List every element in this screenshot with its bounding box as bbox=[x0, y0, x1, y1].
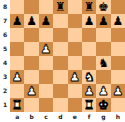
rank-label-2: 2 bbox=[0, 84, 10, 98]
square-h4[interactable] bbox=[111, 56, 125, 70]
square-g1[interactable]: ♚ bbox=[96, 98, 110, 112]
square-h5[interactable] bbox=[111, 42, 125, 56]
square-f7[interactable]: ♟ bbox=[82, 14, 96, 28]
corner-spacer bbox=[0, 112, 10, 122]
square-h6[interactable] bbox=[111, 28, 125, 42]
square-g4[interactable]: ♞ bbox=[96, 56, 110, 70]
file-label-a: a bbox=[10, 112, 24, 122]
square-e8[interactable] bbox=[68, 0, 82, 14]
square-f8[interactable]: ♜ bbox=[82, 0, 96, 14]
square-f2[interactable]: ♟ bbox=[82, 84, 96, 98]
black-knight-g4[interactable]: ♞ bbox=[98, 57, 109, 69]
rank-label-6: 6 bbox=[0, 28, 10, 42]
file-label-c: c bbox=[39, 112, 53, 122]
black-pawn-g7[interactable]: ♟ bbox=[98, 15, 109, 27]
white-rook-a1[interactable]: ♜ bbox=[12, 99, 23, 111]
square-h3[interactable] bbox=[111, 70, 125, 84]
square-a2[interactable] bbox=[10, 84, 24, 98]
chess-board: ♜♜♚♟♟♟♟♟♟♟♞♟♟♞♟♟♟♟♜♜♚ bbox=[10, 0, 125, 112]
rank-label-3: 3 bbox=[0, 70, 10, 84]
rank-label-1: 1 bbox=[0, 98, 10, 112]
black-pawn-b7[interactable]: ♟ bbox=[26, 15, 37, 27]
chess-board-diagram: 87654321 ♜♜♚♟♟♟♟♟♟♟♞♟♟♞♟♟♟♟♜♜♚ abcdefgh bbox=[0, 0, 125, 122]
black-pawn-a7[interactable]: ♟ bbox=[12, 15, 23, 27]
white-pawn-c5[interactable]: ♟ bbox=[41, 43, 52, 55]
square-g2[interactable]: ♟ bbox=[96, 84, 110, 98]
square-a5[interactable] bbox=[10, 42, 24, 56]
rank-label-5: 5 bbox=[0, 42, 10, 56]
white-pawn-b2[interactable]: ♟ bbox=[26, 85, 37, 97]
square-e6[interactable] bbox=[68, 28, 82, 42]
square-a4[interactable] bbox=[10, 56, 24, 70]
square-d7[interactable] bbox=[53, 14, 67, 28]
square-c1[interactable] bbox=[39, 98, 53, 112]
square-a7[interactable]: ♟ bbox=[10, 14, 24, 28]
white-king-g1[interactable]: ♚ bbox=[98, 99, 109, 111]
black-rook-d8[interactable]: ♜ bbox=[55, 1, 66, 13]
black-rook-f8[interactable]: ♜ bbox=[84, 1, 95, 13]
file-label-e: e bbox=[68, 112, 82, 122]
file-label-h: h bbox=[111, 112, 125, 122]
square-d5[interactable] bbox=[53, 42, 67, 56]
square-b1[interactable] bbox=[24, 98, 38, 112]
square-g8[interactable]: ♚ bbox=[96, 0, 110, 14]
white-pawn-f2[interactable]: ♟ bbox=[84, 85, 95, 97]
square-f6[interactable] bbox=[82, 28, 96, 42]
square-h7[interactable]: ♟ bbox=[111, 14, 125, 28]
square-g6[interactable] bbox=[96, 28, 110, 42]
square-f4[interactable] bbox=[82, 56, 96, 70]
file-label-f: f bbox=[82, 112, 96, 122]
square-h1[interactable] bbox=[111, 98, 125, 112]
square-g5[interactable] bbox=[96, 42, 110, 56]
square-a8[interactable] bbox=[10, 0, 24, 14]
square-b2[interactable]: ♟ bbox=[24, 84, 38, 98]
black-pawn-h7[interactable]: ♟ bbox=[112, 15, 123, 27]
square-b5[interactable] bbox=[24, 42, 38, 56]
square-c2[interactable] bbox=[39, 84, 53, 98]
white-pawn-h2[interactable]: ♟ bbox=[112, 85, 123, 97]
white-pawn-g2[interactable]: ♟ bbox=[98, 85, 109, 97]
white-rook-f1[interactable]: ♜ bbox=[84, 99, 95, 111]
square-e5[interactable] bbox=[68, 42, 82, 56]
square-c3[interactable] bbox=[39, 70, 53, 84]
square-d1[interactable] bbox=[53, 98, 67, 112]
square-c8[interactable] bbox=[39, 0, 53, 14]
square-e3[interactable]: ♟ bbox=[68, 70, 82, 84]
black-king-g8[interactable]: ♚ bbox=[98, 1, 109, 13]
rank-labels: 87654321 bbox=[0, 0, 10, 112]
file-label-g: g bbox=[96, 112, 110, 122]
square-b7[interactable]: ♟ bbox=[24, 14, 38, 28]
square-g3[interactable] bbox=[96, 70, 110, 84]
white-knight-f3[interactable]: ♞ bbox=[84, 71, 95, 83]
square-d3[interactable] bbox=[53, 70, 67, 84]
file-labels: abcdefgh bbox=[10, 112, 125, 122]
square-c5[interactable]: ♟ bbox=[39, 42, 53, 56]
rank-label-4: 4 bbox=[0, 56, 10, 70]
square-f1[interactable]: ♜ bbox=[82, 98, 96, 112]
black-pawn-c7[interactable]: ♟ bbox=[41, 15, 52, 27]
square-a1[interactable]: ♜ bbox=[10, 98, 24, 112]
rank-label-8: 8 bbox=[0, 0, 10, 14]
square-d6[interactable] bbox=[53, 28, 67, 42]
square-c4[interactable] bbox=[39, 56, 53, 70]
square-b8[interactable] bbox=[24, 0, 38, 14]
square-e1[interactable] bbox=[68, 98, 82, 112]
square-d8[interactable]: ♜ bbox=[53, 0, 67, 14]
square-f5[interactable] bbox=[82, 42, 96, 56]
file-label-d: d bbox=[53, 112, 67, 122]
white-pawn-e3[interactable]: ♟ bbox=[69, 71, 80, 83]
square-a3[interactable]: ♟ bbox=[10, 70, 24, 84]
square-e2[interactable] bbox=[68, 84, 82, 98]
square-g7[interactable]: ♟ bbox=[96, 14, 110, 28]
white-pawn-a3[interactable]: ♟ bbox=[12, 71, 23, 83]
square-e4[interactable] bbox=[68, 56, 82, 70]
square-b4[interactable] bbox=[24, 56, 38, 70]
file-label-b: b bbox=[24, 112, 38, 122]
square-c6[interactable] bbox=[39, 28, 53, 42]
square-d4[interactable] bbox=[53, 56, 67, 70]
black-pawn-f7[interactable]: ♟ bbox=[84, 15, 95, 27]
square-b3[interactable] bbox=[24, 70, 38, 84]
rank-label-7: 7 bbox=[0, 14, 10, 28]
square-h8[interactable] bbox=[111, 0, 125, 14]
square-a6[interactable] bbox=[10, 28, 24, 42]
square-h2[interactable]: ♟ bbox=[111, 84, 125, 98]
square-b6[interactable] bbox=[24, 28, 38, 42]
square-d2[interactable] bbox=[53, 84, 67, 98]
square-e7[interactable] bbox=[68, 14, 82, 28]
square-c7[interactable]: ♟ bbox=[39, 14, 53, 28]
square-f3[interactable]: ♞ bbox=[82, 70, 96, 84]
